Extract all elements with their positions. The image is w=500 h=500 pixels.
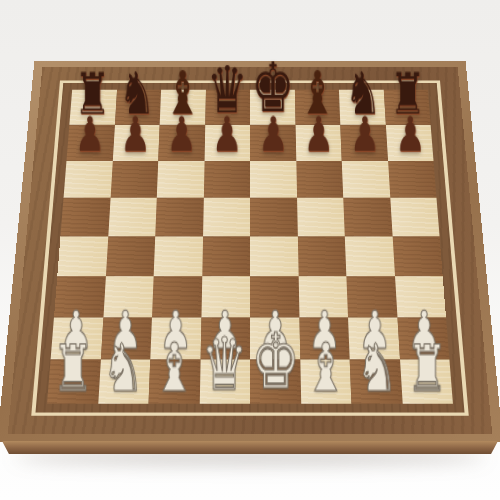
piece-black-pawn-d7: ♟ [212,110,242,158]
piece-black-pawn-c7: ♟ [166,110,196,158]
square-g4 [345,236,395,276]
piece-white-bishop-f1: ♝ [305,333,347,400]
piece-white-knight-g1: ♞ [356,335,397,401]
square-e4 [250,236,298,276]
square-c5 [155,198,203,236]
square-f4 [297,236,346,276]
square-b7: ♟ [112,125,159,161]
square-d4 [202,236,250,276]
square-b4 [105,236,155,276]
piece-white-king-e1: ♚ [251,324,300,401]
square-a7: ♟ [66,125,114,161]
square-e5 [250,198,297,236]
square-d1: ♛ [199,360,250,404]
board-frame-bevel: ♜♞♝♛♚♝♞♜♟♟♟♟♟♟♟♟♟♟♟♟♟♟♟♟♜♞♝♛♚♝♞♜ [0,61,500,442]
piece-white-bishop-c1: ♝ [153,333,195,400]
piece-black-pawn-e7: ♟ [258,110,288,158]
piece-black-pawn-b7: ♟ [120,110,150,158]
square-b5 [108,198,157,236]
square-a5 [60,198,110,236]
square-c1: ♝ [149,360,201,404]
square-b1: ♞ [98,360,150,404]
square-f7: ♟ [295,125,342,161]
square-d5 [203,198,250,236]
square-g5 [343,198,392,236]
piece-black-pawn-a7: ♟ [74,110,104,158]
square-h5 [390,198,440,236]
square-f6 [296,161,343,198]
piece-black-pawn-f7: ♟ [304,110,334,158]
chess-board: ♜♞♝♛♚♝♞♜♟♟♟♟♟♟♟♟♟♟♟♟♟♟♟♟♜♞♝♛♚♝♞♜ [0,61,500,442]
piece-white-rook-h1: ♜ [407,336,448,400]
square-e1: ♚ [250,360,301,404]
piece-black-pawn-h7: ♟ [395,110,425,158]
piece-black-pawn-g7: ♟ [349,110,379,158]
square-c6 [157,161,204,198]
piece-white-queen-d1: ♛ [202,328,248,401]
piece-white-rook-a1: ♜ [52,336,93,400]
square-h1: ♜ [400,360,453,404]
square-a4 [57,236,108,276]
chess-set-photo: ♜♞♝♛♚♝♞♜♟♟♟♟♟♟♟♟♟♟♟♟♟♟♟♟♜♞♝♛♚♝♞♜ [0,0,500,500]
square-h6 [388,161,437,198]
square-f5 [297,198,345,236]
square-b6 [110,161,158,198]
square-g6 [342,161,390,198]
board-grid: ♜♞♝♛♚♝♞♜♟♟♟♟♟♟♟♟♟♟♟♟♟♟♟♟♜♞♝♛♚♝♞♜ [47,90,453,404]
square-h7: ♟ [385,125,433,161]
square-a1: ♜ [47,360,100,404]
square-g1: ♞ [350,360,402,404]
square-e7: ♟ [250,125,296,161]
square-e6 [250,161,297,198]
board-front-edge [2,441,498,454]
square-g7: ♟ [340,125,387,161]
square-d6 [203,161,250,198]
square-c4 [154,236,203,276]
board-maple-inlay-border: ♜♞♝♛♚♝♞♜♟♟♟♟♟♟♟♟♟♟♟♟♟♟♟♟♜♞♝♛♚♝♞♜ [31,81,469,416]
board-walnut-frame: ♜♞♝♛♚♝♞♜♟♟♟♟♟♟♟♟♟♟♟♟♟♟♟♟♜♞♝♛♚♝♞♜ [8,67,492,434]
piece-white-knight-b1: ♞ [103,335,144,401]
square-h4 [392,236,443,276]
square-a6 [64,161,113,198]
square-f1: ♝ [300,360,352,404]
square-d7: ♟ [204,125,250,161]
square-c7: ♟ [158,125,205,161]
